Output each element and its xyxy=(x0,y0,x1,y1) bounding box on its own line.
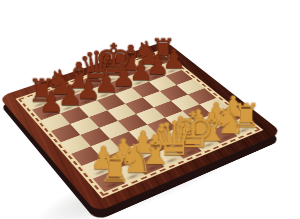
chess-set-photo: ♜♞♝♛♚♝♞♜♟♟♟♟♟♟♟♟♟♟♟♟♟♟♟♟♜♞♝♛♚♝♞♜ xyxy=(0,0,300,219)
chess-board: ♜♞♝♛♚♝♞♜♟♟♟♟♟♟♟♟♟♟♟♟♟♟♟♟♜♞♝♛♚♝♞♜ xyxy=(0,41,282,213)
board-frame: ♜♞♝♛♚♝♞♜♟♟♟♟♟♟♟♟♟♟♟♟♟♟♟♟♜♞♝♛♚♝♞♜ xyxy=(0,41,282,213)
piece-white-rook: ♜ xyxy=(99,151,131,187)
inlay-border: ♜♞♝♛♚♝♞♜♟♟♟♟♟♟♟♟♟♟♟♟♟♟♟♟♜♞♝♛♚♝♞♜ xyxy=(16,49,264,198)
inlay-dotted-line: ♜♞♝♛♚♝♞♜♟♟♟♟♟♟♟♟♟♟♟♟♟♟♟♟♜♞♝♛♚♝♞♜ xyxy=(18,50,260,196)
piece-black-pawn: ♟ xyxy=(38,89,63,117)
